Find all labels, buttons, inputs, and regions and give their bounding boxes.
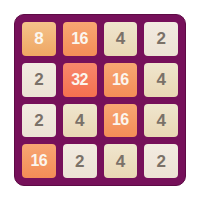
tile-r3c2-4: 4 [63, 104, 97, 138]
tile-r4c4-2: 2 [144, 144, 178, 178]
tile-r2c2-32: 32 [63, 63, 97, 97]
tile-r2c4-4: 4 [144, 63, 178, 97]
tile-r1c2-16: 16 [63, 22, 97, 56]
tile-r3c3-16: 16 [104, 104, 138, 138]
tile-r1c4-2: 2 [144, 22, 178, 56]
tile-r3c4-4: 4 [144, 104, 178, 138]
game-board-2048[interactable]: 816422321642416416242 [14, 14, 186, 186]
page-background: 816422321642416416242 [0, 0, 200, 200]
tile-r2c1-2: 2 [22, 63, 56, 97]
tile-r4c1-16: 16 [22, 144, 56, 178]
tile-r2c3-16: 16 [104, 63, 138, 97]
tile-r4c3-4: 4 [104, 144, 138, 178]
tile-r3c1-2: 2 [22, 104, 56, 138]
tile-r4c2-2: 2 [63, 144, 97, 178]
tile-r1c3-4: 4 [104, 22, 138, 56]
tile-r1c1-8: 8 [22, 22, 56, 56]
